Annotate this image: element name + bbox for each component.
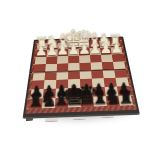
brass-pin [129,85,131,86]
board-square [55,88,68,98]
brass-pin [122,54,124,55]
board-square [117,86,131,96]
board-square [80,87,93,97]
board-square [30,89,43,99]
brass-pin [121,47,123,48]
product-photo-chess-set: ♜♞♝♚♛♝♞♜♟♟♟♟♟♟♟♟♟♟♟♟♟♟♟♟♜♞♝♚♛♝♞♜ [0,0,160,160]
board-grid [29,41,133,109]
board-square [92,87,105,97]
brass-pin [120,40,122,41]
brass-pin [125,69,127,70]
board-group: ♜♞♝♚♛♝♞♜♟♟♟♟♟♟♟♟♟♟♟♟♟♟♟♟♜♞♝♚♛♝♞♜ [0,0,160,160]
board-square [118,95,133,105]
brass-pin [132,104,134,106]
brass-pin [127,77,129,78]
board-square [68,97,81,107]
brass-pin [130,95,132,97]
board-square [42,98,55,108]
chess-board [23,37,140,119]
board-square [68,88,81,98]
board-square [81,97,94,107]
board-square [29,98,43,108]
board-square [43,89,56,99]
brass-pin [124,61,126,62]
board-square [55,98,68,108]
board-square [93,96,107,106]
